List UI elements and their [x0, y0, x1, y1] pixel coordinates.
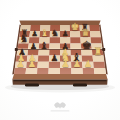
black-knight-a6: ♞: [19, 33, 27, 44]
front-rim: [12, 74, 107, 79]
white-rook-h4: ♜: [93, 46, 102, 57]
white-pawn-e2: ♟: [61, 58, 69, 69]
white-pawn-g2: ♟: [84, 58, 92, 69]
black-king-g5: ♚: [81, 39, 91, 52]
black-bishop-c5: ♝: [40, 40, 49, 51]
chess-board: ♚♜♜♟♝♞♟♛♞♟♝♟♚♟♟♜♟♟♟♞♝♟♟♟♟♟: [0, 0, 120, 120]
white-pawn-a2: ♟: [16, 58, 24, 69]
white-queen-g7: ♛: [81, 27, 90, 38]
black-pawn-e7: ♟: [62, 29, 69, 38]
hinge-right: [102, 48, 105, 51]
right-foot: [73, 83, 87, 86]
black-pawn-b7: ♟: [31, 29, 38, 38]
left-foot: [25, 83, 39, 86]
black-pawn-b5: ♟: [30, 41, 37, 51]
white-pawn-f2: ♟: [73, 58, 81, 69]
white-king-f8: ♚: [70, 21, 79, 32]
white-bishop-c7: ♝: [41, 27, 49, 38]
black-knight-d7: ♞: [51, 28, 59, 38]
black-pawn-d3: ♟: [50, 53, 58, 63]
product-photo: ♚♜♜♟♝♞♟♛♞♟♝♟♚♟♟♜♟♟♟♞♝♟♟♟♟♟: [0, 0, 120, 120]
white-pawn-b2: ♟: [28, 58, 36, 69]
